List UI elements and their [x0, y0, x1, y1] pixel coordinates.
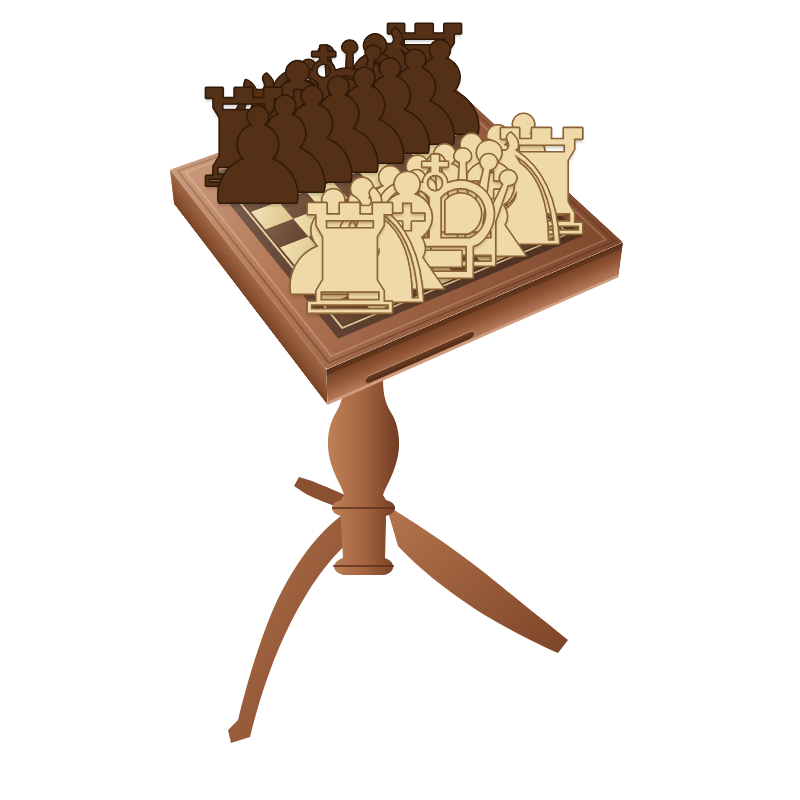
product-photo: ♜♞♝♚♛♝♞♜♟♟♟♟♟♟♟♟♟♟♟♟♟♟♟♟♜♞♝♚♛♝♞♜	[0, 0, 800, 800]
piece-light-rook[interactable]: ♜	[282, 186, 418, 337]
